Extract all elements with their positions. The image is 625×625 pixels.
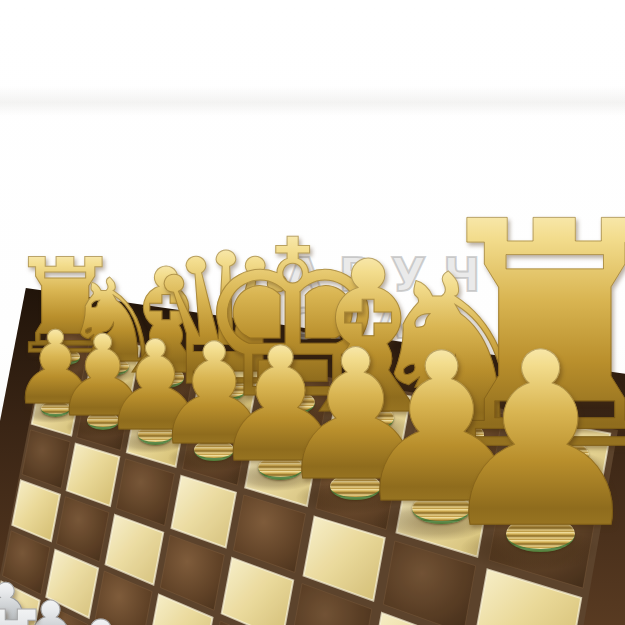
photo-watermark: АВУЧ СПА [286, 252, 497, 344]
watermark-line-2: СПА [286, 304, 497, 344]
square-a1 [42, 330, 91, 384]
chess-set-product-photo: АВУЧ СПА ♜♞♝♛♚♝♞♜♟♟♟♟♟♟♟♟♟♟♟♟♟♟♟♜♞♝♛♚ [0, 0, 625, 625]
watermark-line-1: АВУЧ [286, 252, 497, 298]
